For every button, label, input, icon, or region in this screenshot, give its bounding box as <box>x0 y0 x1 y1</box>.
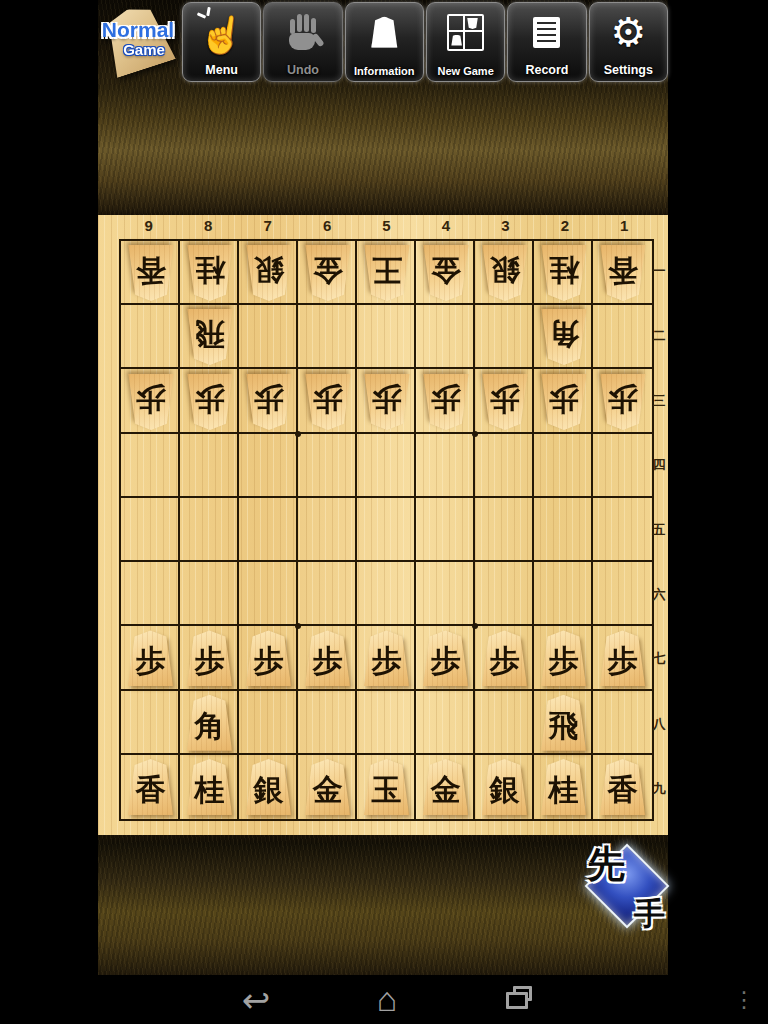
board-quadrants-icon <box>427 6 504 58</box>
shogi-piece-gote[interactable]: 歩 <box>186 374 234 430</box>
back-icon[interactable]: ↩ <box>226 975 286 1024</box>
new-game-button-label: New Game <box>438 65 494 77</box>
rank-label: 八 <box>653 715 666 733</box>
shogi-piece-sente[interactable]: 玉 <box>363 759 411 815</box>
shogi-piece-sente[interactable]: 歩 <box>245 630 293 686</box>
recent-apps-icon[interactable] <box>489 975 549 1024</box>
hand-stop-icon <box>264 6 341 58</box>
rank-label: 七 <box>653 650 666 668</box>
shogi-piece-gote[interactable]: 銀 <box>481 245 529 301</box>
shogi-piece-gote[interactable]: 歩 <box>540 374 588 430</box>
record-button[interactable]: Record <box>507 2 586 82</box>
shogi-piece-sente[interactable]: 歩 <box>422 630 470 686</box>
shogi-piece-gote[interactable]: 桂 <box>540 245 588 301</box>
shogi-app-screen: Normal Game ☝ Menu Undo <box>0 0 768 1024</box>
badge-text-sen: 先 <box>587 845 625 883</box>
shogi-piece-gote[interactable]: 角 <box>540 309 588 365</box>
overflow-menu-icon[interactable]: ⋮ <box>722 975 766 1024</box>
shogi-piece-sente[interactable]: 金 <box>304 759 352 815</box>
shogi-piece-sente[interactable]: 歩 <box>304 630 352 686</box>
shogi-piece-sente[interactable]: 桂 <box>540 759 588 815</box>
logo-line2: Game <box>98 41 190 58</box>
shogi-piece-sente[interactable]: 飛 <box>540 695 588 751</box>
shogi-piece-gote[interactable]: 香 <box>599 245 647 301</box>
rank-coordinate-labels: 一二三四五六七八九 <box>650 239 668 821</box>
rank-label: 五 <box>653 521 666 539</box>
file-label: 6 <box>297 217 356 234</box>
undo-button-label: Undo <box>287 63 319 77</box>
shogi-piece-gote[interactable]: 王 <box>363 245 411 301</box>
shogi-piece-sente[interactable]: 歩 <box>599 630 647 686</box>
file-label: 9 <box>119 217 178 234</box>
shogi-piece-icon <box>346 6 423 58</box>
shogi-piece-sente[interactable]: 歩 <box>363 630 411 686</box>
settings-button[interactable]: ⚙ Settings <box>589 2 668 82</box>
toolbar-buttons: ☝ Menu Undo Information <box>182 2 668 82</box>
record-button-label: Record <box>525 63 568 77</box>
file-label: 1 <box>595 217 654 234</box>
file-coordinate-labels: 987654321 <box>119 217 654 234</box>
hand-click-icon: ☝ <box>183 6 260 58</box>
shogi-piece-sente[interactable]: 香 <box>599 759 647 815</box>
shogi-piece-gote[interactable]: 歩 <box>481 374 529 430</box>
shogi-piece-gote[interactable]: 歩 <box>304 374 352 430</box>
new-game-button[interactable]: New Game <box>426 2 505 82</box>
document-lines-icon <box>508 6 585 58</box>
shogi-piece-sente[interactable]: 銀 <box>481 759 529 815</box>
shogi-piece-sente[interactable]: 歩 <box>540 630 588 686</box>
shogi-piece-sente[interactable]: 金 <box>422 759 470 815</box>
shogi-piece-gote[interactable]: 桂 <box>186 245 234 301</box>
badge-text-te: 手 <box>634 898 665 929</box>
shogi-piece-gote[interactable]: 香 <box>127 245 175 301</box>
shogi-piece-sente[interactable]: 香 <box>127 759 175 815</box>
pieces-layer: 香桂銀金王金銀桂香飛角歩歩歩歩歩歩歩歩歩歩歩歩歩歩歩歩歩歩角飛香桂銀金玉金銀桂香 <box>121 241 652 819</box>
shogi-piece-sente[interactable]: 歩 <box>481 630 529 686</box>
shogi-piece-gote[interactable]: 飛 <box>186 309 234 365</box>
shogi-piece-sente[interactable]: 歩 <box>127 630 175 686</box>
shogi-piece-sente[interactable]: 歩 <box>186 630 234 686</box>
android-nav-bar: ↩ ⌂ ⋮ <box>0 975 768 1024</box>
menu-button[interactable]: ☝ Menu <box>182 2 261 82</box>
shogi-piece-gote[interactable]: 金 <box>422 245 470 301</box>
shogi-piece-gote[interactable]: 歩 <box>363 374 411 430</box>
rank-label: 一 <box>653 262 666 280</box>
home-icon[interactable]: ⌂ <box>357 975 417 1024</box>
rank-label: 四 <box>653 456 666 474</box>
rank-label: 九 <box>653 780 666 798</box>
shogi-piece-sente[interactable]: 角 <box>186 695 234 751</box>
file-label: 5 <box>357 217 416 234</box>
shogi-piece-sente[interactable]: 銀 <box>245 759 293 815</box>
rank-label: 六 <box>653 586 666 604</box>
settings-button-label: Settings <box>604 63 653 77</box>
shogi-board-panel: 987654321 香桂銀金王金銀桂香飛角歩歩歩歩歩歩歩歩歩歩歩歩歩歩歩歩歩歩角… <box>98 215 668 835</box>
information-button-label: Information <box>354 65 415 77</box>
shogi-piece-gote[interactable]: 歩 <box>245 374 293 430</box>
app-background-wood: Normal Game ☝ Menu Undo <box>98 0 668 975</box>
shogi-piece-gote[interactable]: 歩 <box>599 374 647 430</box>
toolbar: Normal Game ☝ Menu Undo <box>98 2 668 84</box>
file-label: 8 <box>178 217 237 234</box>
information-button[interactable]: Information <box>345 2 424 82</box>
shogi-piece-gote[interactable]: 歩 <box>422 374 470 430</box>
shogi-piece-gote[interactable]: 歩 <box>127 374 175 430</box>
turn-indicator-sente-badge: 先 手 <box>585 843 667 939</box>
shogi-piece-sente[interactable]: 桂 <box>186 759 234 815</box>
file-label: 2 <box>535 217 594 234</box>
gear-icon: ⚙ <box>590 6 667 58</box>
logo-line1: Normal <box>92 18 184 42</box>
shogi-piece-gote[interactable]: 金 <box>304 245 352 301</box>
file-label: 3 <box>476 217 535 234</box>
menu-button-label: Menu <box>205 63 238 77</box>
file-label: 7 <box>238 217 297 234</box>
shogi-piece-gote[interactable]: 銀 <box>245 245 293 301</box>
undo-button[interactable]: Undo <box>263 2 342 82</box>
normal-game-logo: Normal Game <box>92 1 184 83</box>
rank-label: 三 <box>653 392 666 410</box>
rank-label: 二 <box>653 327 666 345</box>
file-label: 4 <box>416 217 475 234</box>
